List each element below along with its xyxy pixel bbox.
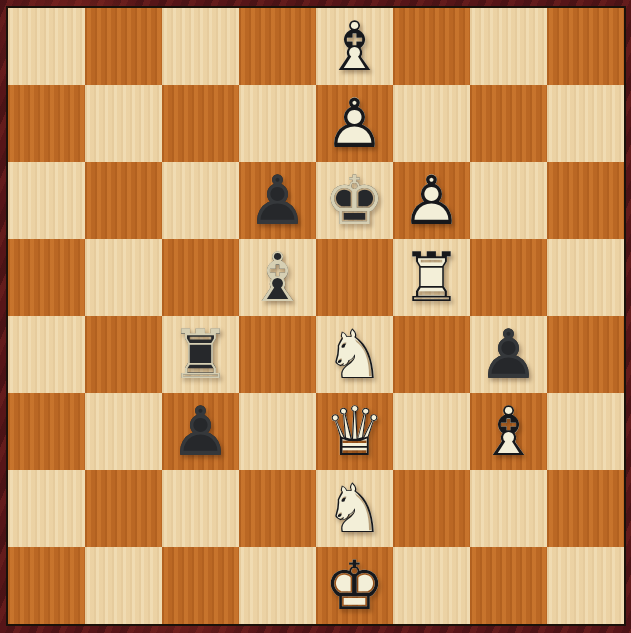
black-king[interactable]: ♚♔: [316, 162, 393, 239]
square-e7[interactable]: ♟♙: [316, 85, 393, 162]
square-f2[interactable]: [393, 470, 470, 547]
square-f7[interactable]: [393, 85, 470, 162]
square-a2[interactable]: [8, 470, 85, 547]
white-rook-outline: ♖: [393, 239, 470, 316]
white-knight-outline: ♘: [316, 316, 393, 393]
square-a3[interactable]: [8, 393, 85, 470]
square-d5[interactable]: ♝♗: [239, 239, 316, 316]
square-g6[interactable]: [470, 162, 547, 239]
black-pawn[interactable]: ♟♙: [162, 393, 239, 470]
white-pawn-outline: ♙: [393, 162, 470, 239]
white-king[interactable]: ♚♔: [316, 547, 393, 624]
white-king-outline: ♔: [316, 547, 393, 624]
board-frame: ♝♗♟♙♟♙♚♔♟♙♝♗♜♖♜♖♞♘♟♙♟♙♛♕♝♗♞♘♚♔: [0, 0, 631, 633]
square-e1[interactable]: ♚♔: [316, 547, 393, 624]
square-c7[interactable]: [162, 85, 239, 162]
square-g4[interactable]: ♟♙: [470, 316, 547, 393]
square-f3[interactable]: [393, 393, 470, 470]
square-b8[interactable]: [85, 8, 162, 85]
white-bishop[interactable]: ♝♗: [316, 8, 393, 85]
square-f8[interactable]: [393, 8, 470, 85]
white-pawn[interactable]: ♟♙: [393, 162, 470, 239]
black-rook[interactable]: ♜♖: [162, 316, 239, 393]
square-b2[interactable]: [85, 470, 162, 547]
black-pawn-outline: ♙: [470, 316, 547, 393]
white-pawn[interactable]: ♟♙: [316, 85, 393, 162]
black-pawn-outline: ♙: [162, 393, 239, 470]
square-f5[interactable]: ♜♖: [393, 239, 470, 316]
black-king-outline: ♔: [316, 162, 393, 239]
black-bishop[interactable]: ♝♗: [239, 239, 316, 316]
square-d1[interactable]: [239, 547, 316, 624]
white-knight-outline: ♘: [316, 470, 393, 547]
square-e5[interactable]: [316, 239, 393, 316]
square-c2[interactable]: [162, 470, 239, 547]
square-e6[interactable]: ♚♔: [316, 162, 393, 239]
square-d8[interactable]: [239, 8, 316, 85]
square-h3[interactable]: [547, 393, 624, 470]
square-b7[interactable]: [85, 85, 162, 162]
square-e4[interactable]: ♞♘: [316, 316, 393, 393]
white-bishop-outline: ♗: [470, 393, 547, 470]
black-pawn[interactable]: ♟♙: [470, 316, 547, 393]
white-knight[interactable]: ♞♘: [316, 470, 393, 547]
square-h2[interactable]: [547, 470, 624, 547]
square-d6[interactable]: ♟♙: [239, 162, 316, 239]
square-c1[interactable]: [162, 547, 239, 624]
square-f6[interactable]: ♟♙: [393, 162, 470, 239]
square-d2[interactable]: [239, 470, 316, 547]
square-d7[interactable]: [239, 85, 316, 162]
square-h7[interactable]: [547, 85, 624, 162]
square-e8[interactable]: ♝♗: [316, 8, 393, 85]
square-b6[interactable]: [85, 162, 162, 239]
white-queen[interactable]: ♛♕: [316, 393, 393, 470]
square-b4[interactable]: [85, 316, 162, 393]
square-e2[interactable]: ♞♘: [316, 470, 393, 547]
black-bishop-outline: ♗: [239, 239, 316, 316]
square-g5[interactable]: [470, 239, 547, 316]
square-b1[interactable]: [85, 547, 162, 624]
white-bishop[interactable]: ♝♗: [470, 393, 547, 470]
square-c8[interactable]: [162, 8, 239, 85]
white-rook[interactable]: ♜♖: [393, 239, 470, 316]
white-queen-outline: ♕: [316, 393, 393, 470]
square-g2[interactable]: [470, 470, 547, 547]
white-knight[interactable]: ♞♘: [316, 316, 393, 393]
square-c6[interactable]: [162, 162, 239, 239]
square-g3[interactable]: ♝♗: [470, 393, 547, 470]
white-bishop-outline: ♗: [316, 8, 393, 85]
square-h8[interactable]: [547, 8, 624, 85]
square-f4[interactable]: [393, 316, 470, 393]
white-pawn-outline: ♙: [316, 85, 393, 162]
square-h6[interactable]: [547, 162, 624, 239]
square-h1[interactable]: [547, 547, 624, 624]
black-pawn-outline: ♙: [239, 162, 316, 239]
square-g7[interactable]: [470, 85, 547, 162]
square-f1[interactable]: [393, 547, 470, 624]
square-a1[interactable]: [8, 547, 85, 624]
square-a7[interactable]: [8, 85, 85, 162]
square-a4[interactable]: [8, 316, 85, 393]
square-h5[interactable]: [547, 239, 624, 316]
square-g8[interactable]: [470, 8, 547, 85]
square-b3[interactable]: [85, 393, 162, 470]
black-rook-outline: ♖: [162, 316, 239, 393]
square-c4[interactable]: ♜♖: [162, 316, 239, 393]
square-b5[interactable]: [85, 239, 162, 316]
square-a6[interactable]: [8, 162, 85, 239]
square-a5[interactable]: [8, 239, 85, 316]
square-a8[interactable]: [8, 8, 85, 85]
square-d4[interactable]: [239, 316, 316, 393]
square-c5[interactable]: [162, 239, 239, 316]
square-e3[interactable]: ♛♕: [316, 393, 393, 470]
black-pawn[interactable]: ♟♙: [239, 162, 316, 239]
square-g1[interactable]: [470, 547, 547, 624]
chess-board: ♝♗♟♙♟♙♚♔♟♙♝♗♜♖♜♖♞♘♟♙♟♙♛♕♝♗♞♘♚♔: [8, 8, 624, 624]
square-h4[interactable]: [547, 316, 624, 393]
square-c3[interactable]: ♟♙: [162, 393, 239, 470]
square-d3[interactable]: [239, 393, 316, 470]
